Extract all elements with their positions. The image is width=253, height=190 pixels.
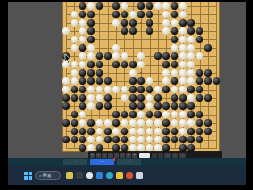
- toolbar-button-3[interactable]: ···: [179, 153, 186, 158]
- black-stone[interactable]: [96, 61, 104, 69]
- black-stone[interactable]: [154, 94, 162, 102]
- black-stone[interactable]: [204, 119, 212, 127]
- black-stone[interactable]: [79, 69, 87, 77]
- black-stone[interactable]: [112, 61, 120, 69]
- move-number-input[interactable]: [139, 153, 150, 158]
- white-stone[interactable]: [71, 11, 79, 19]
- nav-button-3[interactable]: ·: [102, 153, 107, 158]
- black-stone[interactable]: [171, 61, 179, 69]
- black-stone[interactable]: [137, 94, 145, 102]
- white-stone[interactable]: [71, 19, 79, 27]
- white-stone[interactable]: [79, 119, 87, 127]
- white-stone[interactable]: [121, 52, 129, 60]
- black-stone[interactable]: [129, 111, 137, 119]
- taskbar-app-icon-4-icon[interactable]: [96, 172, 103, 179]
- white-stone[interactable]: [121, 94, 129, 102]
- black-stone[interactable]: [146, 86, 154, 94]
- white-stone[interactable]: [162, 19, 170, 27]
- taskbar-app-icon-5-icon[interactable]: [106, 172, 113, 179]
- black-stone[interactable]: [112, 2, 120, 10]
- black-stone[interactable]: [204, 44, 212, 52]
- white-stone[interactable]: [162, 69, 170, 77]
- toolbar-button-2[interactable]: ··: [172, 153, 178, 158]
- white-stone[interactable]: [171, 119, 179, 127]
- white-stone[interactable]: [96, 136, 104, 144]
- screen: «‹····›»········· ·· ···· ···· ·· ⌕ 搜索: [0, 0, 253, 190]
- black-stone[interactable]: [62, 136, 70, 144]
- white-stone[interactable]: [79, 27, 87, 35]
- white-stone[interactable]: [79, 111, 87, 119]
- white-stone[interactable]: [154, 136, 162, 144]
- black-stone[interactable]: [146, 11, 154, 19]
- white-stone[interactable]: [112, 128, 120, 136]
- black-stone[interactable]: [162, 128, 170, 136]
- white-stone[interactable]: [154, 86, 162, 94]
- black-stone[interactable]: [171, 94, 179, 102]
- search-label: 搜索: [43, 171, 52, 180]
- black-stone[interactable]: [79, 11, 87, 19]
- bottom-tab-bar: ·· ···· ···· ··: [8, 158, 246, 166]
- black-stone[interactable]: [121, 11, 129, 19]
- nav-button-5[interactable]: ·: [114, 153, 119, 158]
- black-stone[interactable]: [137, 2, 145, 10]
- black-stone[interactable]: [204, 128, 212, 136]
- black-stone[interactable]: [129, 77, 137, 85]
- white-stone[interactable]: [112, 86, 120, 94]
- white-stone[interactable]: [129, 119, 137, 127]
- white-stone[interactable]: [179, 52, 187, 60]
- black-stone[interactable]: [196, 86, 204, 94]
- black-stone[interactable]: [104, 77, 112, 85]
- white-stone[interactable]: [187, 36, 195, 44]
- white-stone[interactable]: [171, 19, 179, 27]
- black-stone[interactable]: [171, 2, 179, 10]
- black-stone[interactable]: [96, 52, 104, 60]
- black-stone[interactable]: [196, 94, 204, 102]
- black-stone[interactable]: [137, 86, 145, 94]
- white-stone[interactable]: [187, 77, 195, 85]
- black-stone[interactable]: [112, 11, 120, 19]
- nav-button-2[interactable]: ‹: [96, 153, 101, 158]
- black-stone[interactable]: [79, 144, 87, 152]
- taskbar-icons: [66, 172, 143, 179]
- white-stone[interactable]: [62, 27, 70, 35]
- black-stone[interactable]: [87, 19, 95, 27]
- white-stone[interactable]: [137, 136, 145, 144]
- taskbar-search[interactable]: ⌕ 搜索: [35, 171, 61, 180]
- black-stone[interactable]: [79, 136, 87, 144]
- white-stone[interactable]: [187, 94, 195, 102]
- taskbar-app-icon-6-icon[interactable]: [116, 172, 123, 179]
- white-stone[interactable]: [96, 94, 104, 102]
- white-stone[interactable]: [179, 27, 187, 35]
- white-stone[interactable]: [187, 44, 195, 52]
- black-stone[interactable]: [87, 77, 95, 85]
- black-stone[interactable]: [71, 119, 79, 127]
- white-stone[interactable]: [71, 44, 79, 52]
- taskbar-app-icon-7-icon[interactable]: [126, 172, 133, 179]
- white-stone[interactable]: [171, 111, 179, 119]
- video-frame-edge: [0, 0, 253, 2]
- white-stone[interactable]: [87, 86, 95, 94]
- black-stone[interactable]: [171, 136, 179, 144]
- black-stone[interactable]: [104, 128, 112, 136]
- black-stone[interactable]: [129, 94, 137, 102]
- white-stone[interactable]: [146, 119, 154, 127]
- white-stone[interactable]: [96, 119, 104, 127]
- white-stone[interactable]: [162, 111, 170, 119]
- white-stone[interactable]: [146, 136, 154, 144]
- white-stone[interactable]: [179, 11, 187, 19]
- black-stone[interactable]: [187, 27, 195, 35]
- white-stone[interactable]: [171, 86, 179, 94]
- white-stone[interactable]: [146, 128, 154, 136]
- black-stone[interactable]: [129, 102, 137, 110]
- white-stone[interactable]: [146, 94, 154, 102]
- white-stone[interactable]: [71, 77, 79, 85]
- black-stone[interactable]: [87, 61, 95, 69]
- black-stone[interactable]: [79, 2, 87, 10]
- black-stone[interactable]: [162, 102, 170, 110]
- white-stone[interactable]: [187, 69, 195, 77]
- black-stone[interactable]: [112, 111, 120, 119]
- black-stone[interactable]: [171, 36, 179, 44]
- black-stone[interactable]: [154, 102, 162, 110]
- black-stone[interactable]: [121, 128, 129, 136]
- black-stone[interactable]: [87, 11, 95, 19]
- black-stone[interactable]: [104, 52, 112, 60]
- black-stone[interactable]: [187, 111, 195, 119]
- black-stone[interactable]: [129, 86, 137, 94]
- black-stone[interactable]: [96, 102, 104, 110]
- black-stone[interactable]: [129, 19, 137, 27]
- white-stone[interactable]: [154, 119, 162, 127]
- white-stone[interactable]: [79, 36, 87, 44]
- black-stone[interactable]: [104, 102, 112, 110]
- black-stone[interactable]: [179, 136, 187, 144]
- black-stone[interactable]: [196, 69, 204, 77]
- black-stone[interactable]: [87, 119, 95, 127]
- nav-button-8[interactable]: »: [132, 153, 137, 158]
- black-stone[interactable]: [121, 61, 129, 69]
- black-stone[interactable]: [162, 119, 170, 127]
- black-stone[interactable]: [71, 86, 79, 94]
- black-stone[interactable]: [204, 69, 212, 77]
- white-stone[interactable]: [179, 69, 187, 77]
- black-stone[interactable]: [137, 102, 145, 110]
- nav-button-7[interactable]: ›: [126, 153, 131, 158]
- black-stone[interactable]: [171, 11, 179, 19]
- black-stone[interactable]: [162, 136, 170, 144]
- white-stone[interactable]: [79, 52, 87, 60]
- white-stone[interactable]: [96, 86, 104, 94]
- start-button-icon[interactable]: [24, 172, 32, 180]
- white-stone[interactable]: [79, 19, 87, 27]
- black-stone[interactable]: [187, 19, 195, 27]
- black-stone[interactable]: [79, 94, 87, 102]
- white-stone[interactable]: [129, 69, 137, 77]
- black-stone[interactable]: [196, 128, 204, 136]
- white-stone[interactable]: [179, 77, 187, 85]
- black-stone[interactable]: [162, 86, 170, 94]
- small-button-1[interactable]: [152, 153, 157, 158]
- black-stone[interactable]: [146, 111, 154, 119]
- windows-taskbar: ⌕ 搜索: [8, 166, 246, 185]
- white-stone[interactable]: [187, 61, 195, 69]
- black-stone[interactable]: [121, 19, 129, 27]
- white-stone[interactable]: [129, 128, 137, 136]
- white-stone[interactable]: [104, 86, 112, 94]
- black-stone[interactable]: [104, 94, 112, 102]
- black-stone[interactable]: [162, 52, 170, 60]
- black-stone[interactable]: [171, 27, 179, 35]
- black-stone[interactable]: [87, 69, 95, 77]
- black-stone[interactable]: [179, 19, 187, 27]
- white-stone[interactable]: [129, 136, 137, 144]
- nav-button-1[interactable]: «: [90, 153, 95, 158]
- white-stone[interactable]: [154, 2, 162, 10]
- white-stone[interactable]: [121, 2, 129, 10]
- black-stone[interactable]: [196, 136, 204, 144]
- black-stone[interactable]: [87, 27, 95, 35]
- black-stone[interactable]: [137, 77, 145, 85]
- black-stone[interactable]: [96, 77, 104, 85]
- toolbar-button-1[interactable]: ····: [164, 153, 171, 158]
- black-stone[interactable]: [154, 111, 162, 119]
- nav-button-6[interactable]: ·: [120, 153, 125, 158]
- white-stone[interactable]: [112, 52, 120, 60]
- white-stone[interactable]: [87, 94, 95, 102]
- white-stone[interactable]: [137, 52, 145, 60]
- white-stone[interactable]: [162, 77, 170, 85]
- white-stone[interactable]: [62, 86, 70, 94]
- taskbar-app-icon-8-icon[interactable]: [136, 172, 143, 179]
- black-stone[interactable]: [137, 11, 145, 19]
- black-stone[interactable]: [171, 128, 179, 136]
- white-stone[interactable]: [179, 2, 187, 10]
- black-stone[interactable]: [146, 19, 154, 27]
- black-stone[interactable]: [62, 102, 70, 110]
- black-stone[interactable]: [187, 136, 195, 144]
- app-tab-3[interactable]: ·· ··: [117, 159, 141, 165]
- white-stone[interactable]: [146, 77, 154, 85]
- white-stone[interactable]: [162, 2, 170, 10]
- white-stone[interactable]: [87, 2, 95, 10]
- black-stone[interactable]: [171, 52, 179, 60]
- white-stone[interactable]: [187, 52, 195, 60]
- black-stone[interactable]: [187, 102, 195, 110]
- black-stone[interactable]: [87, 128, 95, 136]
- black-stone[interactable]: [87, 36, 95, 44]
- black-stone[interactable]: [146, 27, 154, 35]
- black-stone[interactable]: [104, 136, 112, 144]
- black-stone[interactable]: [196, 36, 204, 44]
- white-stone[interactable]: [112, 19, 120, 27]
- black-stone[interactable]: [129, 61, 137, 69]
- black-stone[interactable]: [71, 136, 79, 144]
- white-stone[interactable]: [121, 86, 129, 94]
- white-stone[interactable]: [179, 61, 187, 69]
- white-stone[interactable]: [162, 11, 170, 19]
- white-stone[interactable]: [62, 77, 70, 85]
- white-stone[interactable]: [171, 44, 179, 52]
- black-stone[interactable]: [179, 94, 187, 102]
- white-stone[interactable]: [87, 102, 95, 110]
- black-stone[interactable]: [96, 2, 104, 10]
- black-stone[interactable]: [162, 61, 170, 69]
- black-stone[interactable]: [71, 128, 79, 136]
- white-stone[interactable]: [179, 128, 187, 136]
- grid-line-v: [216, 0, 217, 149]
- white-stone[interactable]: [137, 111, 145, 119]
- black-stone[interactable]: [204, 77, 212, 85]
- black-stone[interactable]: [171, 77, 179, 85]
- white-stone[interactable]: [87, 52, 95, 60]
- white-stone[interactable]: [179, 44, 187, 52]
- notification-badge: [113, 158, 116, 161]
- white-stone[interactable]: [179, 111, 187, 119]
- taskbar-app-icon-2-icon[interactable]: [76, 172, 83, 179]
- white-stone[interactable]: [187, 119, 195, 127]
- black-stone[interactable]: [121, 27, 129, 35]
- black-stone[interactable]: [187, 128, 195, 136]
- black-stone[interactable]: [112, 136, 120, 144]
- app-tab-1[interactable]: ·· ··: [63, 159, 87, 165]
- black-stone[interactable]: [121, 111, 129, 119]
- white-stone[interactable]: [71, 36, 79, 44]
- black-stone[interactable]: [96, 69, 104, 77]
- hoshi-point: [140, 72, 142, 74]
- black-stone[interactable]: [79, 128, 87, 136]
- white-stone[interactable]: [71, 69, 79, 77]
- black-stone[interactable]: [204, 94, 212, 102]
- black-stone[interactable]: [213, 77, 221, 85]
- white-stone[interactable]: [104, 119, 112, 127]
- white-stone[interactable]: [162, 27, 170, 35]
- white-stone[interactable]: [96, 128, 104, 136]
- white-stone[interactable]: [171, 69, 179, 77]
- black-stone[interactable]: [79, 102, 87, 110]
- black-stone[interactable]: [71, 111, 79, 119]
- white-stone[interactable]: [196, 52, 204, 60]
- black-stone[interactable]: [196, 119, 204, 127]
- black-stone[interactable]: [179, 102, 187, 110]
- white-stone[interactable]: [179, 119, 187, 127]
- black-stone[interactable]: [62, 119, 70, 127]
- white-stone[interactable]: [79, 61, 87, 69]
- black-stone[interactable]: [187, 86, 195, 94]
- black-stone[interactable]: [62, 94, 70, 102]
- nav-button-4[interactable]: ·: [108, 153, 113, 158]
- black-stone[interactable]: [196, 111, 204, 119]
- hoshi-point: [140, 22, 142, 24]
- video-frame-edge: [246, 0, 253, 190]
- white-stone[interactable]: [137, 128, 145, 136]
- taskbar-app-icon-1-icon[interactable]: [66, 172, 73, 179]
- white-stone[interactable]: [121, 119, 129, 127]
- white-stone[interactable]: [179, 86, 187, 94]
- white-stone[interactable]: [154, 128, 162, 136]
- goban[interactable]: [62, 0, 220, 152]
- white-stone[interactable]: [87, 44, 95, 52]
- black-stone[interactable]: [196, 77, 204, 85]
- search-icon: ⌕: [39, 171, 42, 180]
- black-stone[interactable]: [171, 102, 179, 110]
- black-stone[interactable]: [196, 27, 204, 35]
- black-stone[interactable]: [79, 44, 87, 52]
- video-frame-edge: [0, 0, 8, 190]
- black-stone[interactable]: [112, 119, 120, 127]
- white-stone[interactable]: [137, 61, 145, 69]
- white-stone[interactable]: [129, 11, 137, 19]
- white-stone[interactable]: [146, 102, 154, 110]
- small-button-2[interactable]: [158, 153, 163, 158]
- white-stone[interactable]: [137, 119, 145, 127]
- black-stone[interactable]: [146, 2, 154, 10]
- white-stone[interactable]: [179, 36, 187, 44]
- black-stone[interactable]: [79, 77, 87, 85]
- white-stone[interactable]: [112, 44, 120, 52]
- video-frame-edge: [0, 185, 253, 190]
- white-stone[interactable]: [87, 136, 95, 144]
- mouse-cursor-icon: [64, 54, 72, 64]
- taskbar-app-icon-3-icon[interactable]: [86, 172, 93, 179]
- black-stone[interactable]: [71, 94, 79, 102]
- black-stone[interactable]: [129, 27, 137, 35]
- black-stone[interactable]: [79, 86, 87, 94]
- app-tab-2[interactable]: ·· ··: [90, 159, 114, 165]
- black-stone[interactable]: [121, 136, 129, 144]
- black-stone[interactable]: [154, 52, 162, 60]
